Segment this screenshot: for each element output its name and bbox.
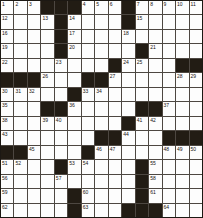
cell-r5c13[interactable]: 28 (176, 73, 188, 86)
cell-r1c8[interactable] (109, 15, 121, 28)
cell-r12c6[interactable] (82, 175, 94, 188)
cell-r1c0[interactable]: 12 (1, 15, 13, 28)
clue-number: 4 (83, 1, 86, 7)
cell-r3c3[interactable] (41, 44, 53, 57)
clue-number: 9 (164, 1, 167, 7)
clue-number: 17 (69, 30, 75, 36)
cell-r0c1[interactable]: 2 (14, 1, 26, 14)
cell-r4c10[interactable]: 25 (136, 59, 148, 72)
cell-r2c8[interactable] (109, 30, 121, 43)
black-cell-r13c5 (68, 189, 80, 202)
cell-r9c11[interactable] (149, 131, 161, 144)
cell-r6c2[interactable]: 32 (28, 88, 40, 101)
black-cell-r2c4 (55, 30, 67, 43)
cell-r10c5[interactable] (68, 146, 80, 159)
cell-r13c9[interactable] (122, 189, 134, 202)
clue-number: 11 (191, 1, 196, 7)
black-cell-r9c7 (95, 131, 107, 144)
cell-r4c11[interactable] (149, 59, 161, 72)
cell-r3c5[interactable]: 20 (68, 44, 80, 57)
cell-r0c14[interactable]: 11 (190, 1, 202, 14)
cell-r13c4[interactable] (55, 189, 67, 202)
cell-r14c13[interactable] (176, 204, 188, 217)
black-cell-r9c14 (190, 131, 202, 144)
cell-r3c9[interactable] (122, 44, 134, 57)
black-cell-r7c3 (41, 102, 53, 115)
cell-r12c4[interactable]: 57 (55, 175, 67, 188)
cell-r3c12[interactable] (163, 44, 175, 57)
cell-r6c6[interactable]: 33 (82, 88, 94, 101)
clue-number: 39 (42, 117, 48, 123)
black-cell-r5c7 (95, 73, 107, 86)
cell-r7c12[interactable]: 37 (163, 102, 175, 115)
cell-r14c3[interactable] (41, 204, 53, 217)
clue-number: 57 (56, 175, 62, 181)
cell-r10c11[interactable] (149, 146, 161, 159)
black-cell-r14c5 (68, 204, 80, 217)
cell-r3c6[interactable] (82, 44, 94, 57)
clue-number: 6 (110, 1, 113, 7)
cell-r8c8[interactable] (109, 117, 121, 130)
black-cell-r5c2 (28, 73, 40, 86)
cell-r11c14[interactable] (190, 160, 202, 173)
cell-r12c8[interactable] (109, 175, 121, 188)
clue-number: 34 (96, 88, 102, 94)
cell-r8c1[interactable] (14, 117, 26, 130)
clue-number: 13 (42, 15, 48, 21)
clue-number: 38 (2, 117, 8, 123)
cell-r10c13[interactable]: 49 (176, 146, 188, 159)
clue-number: 46 (96, 146, 102, 152)
cell-r11c8[interactable] (109, 160, 121, 173)
cell-r14c12[interactable]: 64 (163, 204, 175, 217)
black-cell-r9c8 (109, 131, 121, 144)
cell-r7c1[interactable] (14, 102, 26, 115)
cell-r0c10[interactable]: 7 (136, 1, 148, 14)
cell-r9c0[interactable]: 43 (1, 131, 13, 144)
cell-r6c7[interactable]: 34 (95, 88, 107, 101)
cell-r2c6[interactable] (82, 30, 94, 43)
clue-number: 28 (177, 73, 183, 79)
clue-number: 45 (29, 146, 35, 152)
cell-r10c10[interactable] (136, 146, 148, 159)
cell-r4c9[interactable]: 24 (122, 59, 134, 72)
cell-r9c5[interactable] (68, 131, 80, 144)
cell-r5c14[interactable]: 29 (190, 73, 202, 86)
black-cell-r7c10 (136, 102, 148, 115)
cell-r10c2[interactable]: 45 (28, 146, 40, 159)
cell-r10c8[interactable]: 47 (109, 146, 121, 159)
cell-r14c7[interactable] (95, 204, 107, 217)
cell-r13c6[interactable]: 60 (82, 189, 94, 202)
clue-number: 44 (123, 131, 129, 137)
black-cell-r3c4 (55, 44, 67, 57)
cell-r10c9[interactable] (122, 146, 134, 159)
clue-number: 40 (56, 117, 62, 123)
black-cell-r14c11 (149, 204, 161, 217)
cell-r5c10[interactable] (136, 73, 148, 86)
cell-r11c5[interactable]: 53 (68, 160, 80, 173)
cell-r10c4[interactable] (55, 146, 67, 159)
cell-r0c0[interactable]: 1 (1, 1, 13, 14)
cell-r4c7[interactable] (95, 59, 107, 72)
black-cell-r7c4 (55, 102, 67, 115)
black-cell-r5c6 (82, 73, 94, 86)
cell-r5c5[interactable] (68, 73, 80, 86)
cell-r7c8[interactable] (109, 102, 121, 115)
cell-r3c8[interactable] (109, 44, 121, 57)
clue-number: 48 (164, 146, 170, 152)
clue-number: 63 (83, 204, 89, 210)
cell-r1c10[interactable]: 15 (136, 15, 148, 28)
cell-r14c14[interactable] (190, 204, 202, 217)
cell-r11c1[interactable]: 52 (14, 160, 26, 173)
cell-r13c3[interactable] (41, 189, 53, 202)
cell-r6c9[interactable] (122, 88, 134, 101)
cell-r7c5[interactable]: 36 (68, 102, 80, 115)
cell-r12c14[interactable] (190, 175, 202, 188)
clue-number: 49 (177, 146, 183, 152)
black-cell-r9c12 (163, 131, 175, 144)
cell-r9c4[interactable] (55, 131, 67, 144)
cell-r14c0[interactable]: 62 (1, 204, 13, 217)
clue-number: 42 (150, 117, 156, 123)
cell-r11c7[interactable] (95, 160, 107, 173)
cell-r12c3[interactable] (41, 175, 53, 188)
clue-number: 15 (137, 15, 143, 21)
clue-number: 37 (164, 102, 170, 108)
black-cell-r3c10 (136, 44, 148, 57)
cell-r4c0[interactable]: 22 (1, 59, 13, 72)
clue-number: 2 (15, 1, 18, 7)
clue-number: 27 (110, 73, 116, 79)
clue-number: 30 (2, 88, 8, 94)
cell-r11c6[interactable]: 54 (82, 160, 94, 173)
cell-r7c7[interactable] (95, 102, 107, 115)
cell-r8c7[interactable] (95, 117, 107, 130)
black-cell-r0c3 (41, 1, 53, 14)
clue-number: 36 (69, 102, 75, 108)
clue-number: 41 (137, 117, 143, 123)
clue-number: 29 (191, 73, 197, 79)
cell-r6c14[interactable] (190, 88, 202, 101)
cell-r2c5[interactable]: 17 (68, 30, 80, 43)
black-cell-r14c10 (136, 204, 148, 217)
clue-number: 35 (2, 102, 8, 108)
cell-r2c0[interactable]: 16 (1, 30, 13, 43)
cell-r8c3[interactable]: 39 (41, 117, 53, 130)
cell-r9c3[interactable] (41, 131, 53, 144)
black-cell-r11c4 (55, 160, 67, 173)
cell-r13c2[interactable] (28, 189, 40, 202)
clue-number: 56 (2, 175, 8, 181)
cell-r9c6[interactable] (82, 131, 94, 144)
cell-r11c12[interactable] (163, 160, 175, 173)
cell-r1c14[interactable] (190, 15, 202, 28)
cell-r13c1[interactable] (14, 189, 26, 202)
cell-r1c11[interactable] (149, 15, 161, 28)
cell-r5c9[interactable] (122, 73, 134, 86)
cell-r3c14[interactable] (190, 44, 202, 57)
cell-r8c0[interactable]: 38 (1, 117, 13, 130)
cell-r14c1[interactable] (14, 204, 26, 217)
cell-r9c10[interactable] (136, 131, 148, 144)
cell-r6c1[interactable]: 31 (14, 88, 26, 101)
clue-number: 21 (150, 44, 156, 50)
cell-r2c11[interactable] (149, 30, 161, 43)
clue-number: 8 (150, 1, 153, 7)
clue-number: 32 (29, 88, 35, 94)
cell-r10c14[interactable]: 50 (190, 146, 202, 159)
cell-r4c1[interactable] (14, 59, 26, 72)
cell-r1c6[interactable] (82, 15, 94, 28)
clue-number: 5 (96, 1, 99, 7)
cell-r14c2[interactable] (28, 204, 40, 217)
clue-number: 64 (164, 204, 170, 210)
cell-r8c4[interactable]: 40 (55, 117, 67, 130)
cell-r12c1[interactable] (14, 175, 26, 188)
cell-r1c5[interactable]: 14 (68, 15, 80, 28)
clue-number: 50 (191, 146, 197, 152)
cell-r14c4[interactable] (55, 204, 67, 217)
clue-number: 62 (2, 204, 8, 210)
cell-r0c8[interactable]: 6 (109, 1, 121, 14)
cell-r0c2[interactable]: 3 (28, 1, 40, 14)
black-cell-r11c10 (136, 160, 148, 173)
cell-r8c2[interactable] (28, 117, 40, 130)
clue-number: 31 (15, 88, 21, 94)
cell-r2c9[interactable]: 18 (122, 30, 134, 43)
clue-number: 7 (137, 1, 140, 7)
clue-number: 12 (2, 15, 8, 21)
cell-r14c8[interactable] (109, 204, 121, 217)
cell-r4c6[interactable] (82, 59, 94, 72)
cell-r12c0[interactable]: 56 (1, 175, 13, 188)
cell-r3c0[interactable]: 19 (1, 44, 13, 57)
cell-r4c4[interactable]: 23 (55, 59, 67, 72)
black-cell-r4c8 (109, 59, 121, 72)
cell-r8c13[interactable] (176, 117, 188, 130)
cell-r8c10[interactable]: 41 (136, 117, 148, 130)
cell-r9c9[interactable]: 44 (122, 131, 134, 144)
clue-number: 53 (69, 160, 75, 166)
cell-r1c13[interactable] (176, 15, 188, 28)
cell-r2c14[interactable] (190, 30, 202, 43)
clue-number: 55 (150, 160, 156, 166)
cell-r10c12[interactable]: 48 (163, 146, 175, 159)
black-cell-r9c13 (176, 131, 188, 144)
cell-r8c12[interactable] (163, 117, 175, 130)
clue-number: 54 (83, 160, 89, 166)
clue-number: 19 (2, 44, 8, 50)
cell-r7c0[interactable]: 35 (1, 102, 13, 115)
cell-r13c13[interactable] (176, 189, 188, 202)
black-cell-r4c13 (176, 59, 188, 72)
cell-r2c12[interactable] (163, 30, 175, 43)
cell-r0c7[interactable]: 5 (95, 1, 107, 14)
clue-number: 3 (29, 1, 32, 7)
clue-number: 10 (177, 1, 183, 7)
clue-number: 16 (2, 30, 8, 36)
cell-r0c11[interactable]: 8 (149, 1, 161, 14)
cell-r2c7[interactable] (95, 30, 107, 43)
cell-r13c7[interactable] (95, 189, 107, 202)
clue-number: 52 (15, 160, 21, 166)
clue-number: 23 (56, 59, 62, 65)
cell-r9c2[interactable] (28, 131, 40, 144)
cell-r5c11[interactable] (149, 73, 161, 86)
black-cell-r10c0 (1, 146, 13, 159)
clue-number: 20 (69, 44, 75, 50)
clue-number: 58 (150, 175, 156, 181)
black-cell-r6c5 (68, 88, 80, 101)
black-cell-r0c5 (68, 1, 80, 14)
cell-r6c12[interactable] (163, 88, 175, 101)
black-cell-r10c1 (14, 146, 26, 159)
cell-r6c0[interactable]: 30 (1, 88, 13, 101)
cell-r2c2[interactable] (28, 30, 40, 43)
cell-r11c0[interactable]: 51 (1, 160, 13, 173)
cell-r1c2[interactable] (28, 15, 40, 28)
black-cell-r0c4 (55, 1, 67, 14)
cell-r12c11[interactable]: 58 (149, 175, 161, 188)
cell-r8c14[interactable] (190, 117, 202, 130)
black-cell-r10c6 (82, 146, 94, 159)
cell-r5c8[interactable]: 27 (109, 73, 121, 86)
clue-number: 43 (2, 131, 8, 137)
cell-r0c6[interactable]: 4 (82, 1, 94, 14)
black-cell-r1c4 (55, 15, 67, 28)
cell-r1c7[interactable] (95, 15, 107, 28)
cell-r3c11[interactable]: 21 (149, 44, 161, 57)
cell-r5c4[interactable] (55, 73, 67, 86)
cell-r10c3[interactable] (41, 146, 53, 159)
black-cell-r12c10 (136, 175, 148, 188)
cell-r8c6[interactable] (82, 117, 94, 130)
cell-r10c7[interactable]: 46 (95, 146, 107, 159)
cell-r11c9[interactable] (122, 160, 134, 173)
cell-r11c13[interactable] (176, 160, 188, 173)
clue-number: 18 (123, 30, 129, 36)
clue-number: 26 (42, 73, 48, 79)
cell-r11c11[interactable]: 55 (149, 160, 161, 173)
cell-r12c13[interactable] (176, 175, 188, 188)
cell-r6c13[interactable] (176, 88, 188, 101)
black-cell-r8c9 (122, 117, 134, 130)
cell-r7c2[interactable] (28, 102, 40, 115)
cell-r14c6[interactable]: 63 (82, 204, 94, 217)
cell-r2c10[interactable] (136, 30, 148, 43)
cell-r7c9[interactable] (122, 102, 134, 115)
clue-number: 47 (110, 146, 116, 152)
cell-r1c1[interactable] (14, 15, 26, 28)
cell-r2c13[interactable] (176, 30, 188, 43)
cell-r3c2[interactable] (28, 44, 40, 57)
cell-r5c12[interactable] (163, 73, 175, 86)
cell-r4c12[interactable] (163, 59, 175, 72)
crossword-grid: 1234567891011121314151617181920212223242… (0, 0, 203, 218)
cell-r13c11[interactable]: 61 (149, 189, 161, 202)
cell-r5c3[interactable]: 26 (41, 73, 53, 86)
clue-number: 33 (83, 88, 89, 94)
cell-r6c10[interactable] (136, 88, 148, 101)
black-cell-r4c14 (190, 59, 202, 72)
black-cell-r1c9 (122, 15, 134, 28)
cell-r1c3[interactable]: 13 (41, 15, 53, 28)
cell-r12c2[interactable] (28, 175, 40, 188)
clue-number: 59 (2, 189, 8, 195)
cell-r13c8[interactable] (109, 189, 121, 202)
cell-r12c9[interactable] (122, 175, 134, 188)
black-cell-r14c9 (122, 204, 134, 217)
cell-r2c1[interactable] (14, 30, 26, 43)
cell-r0c12[interactable]: 9 (163, 1, 175, 14)
cell-r13c0[interactable]: 59 (1, 189, 13, 202)
cell-r11c3[interactable] (41, 160, 53, 173)
cell-r12c5[interactable] (68, 175, 80, 188)
cell-r12c7[interactable] (95, 175, 107, 188)
cell-r6c4[interactable] (55, 88, 67, 101)
cell-r9c1[interactable] (14, 131, 26, 144)
cell-r13c14[interactable] (190, 189, 202, 202)
cell-r11c2[interactable] (28, 160, 40, 173)
cell-r3c1[interactable] (14, 44, 26, 57)
cell-r4c5[interactable] (68, 59, 80, 72)
black-cell-r5c1 (14, 73, 26, 86)
cell-r4c3[interactable] (41, 59, 53, 72)
clue-number: 22 (2, 59, 8, 65)
clue-number: 61 (150, 189, 156, 195)
clue-number: 25 (137, 59, 143, 65)
black-cell-r13c10 (136, 189, 148, 202)
black-cell-r0c9 (122, 1, 134, 14)
cell-r3c7[interactable] (95, 44, 107, 57)
clue-number: 1 (2, 1, 5, 7)
clue-number: 60 (83, 189, 89, 195)
cell-r12c12[interactable] (163, 175, 175, 188)
cell-r13c12[interactable] (163, 189, 175, 202)
cell-r6c8[interactable] (109, 88, 121, 101)
black-cell-r7c11 (149, 102, 161, 115)
cell-r8c5[interactable] (68, 117, 80, 130)
cell-r4c2[interactable] (28, 59, 40, 72)
cell-r6c3[interactable] (41, 88, 53, 101)
cell-r7c14[interactable] (190, 102, 202, 115)
cell-r3c13[interactable] (176, 44, 188, 57)
cell-r7c6[interactable] (82, 102, 94, 115)
clue-number: 24 (123, 59, 129, 65)
cell-r6c11[interactable] (149, 88, 161, 101)
cell-r1c12[interactable] (163, 15, 175, 28)
cell-r8c11[interactable]: 42 (149, 117, 161, 130)
black-cell-r5c0 (1, 73, 13, 86)
cell-r2c3[interactable] (41, 30, 53, 43)
clue-number: 14 (69, 15, 75, 21)
cell-r0c13[interactable]: 10 (176, 1, 188, 14)
cell-r7c13[interactable] (176, 102, 188, 115)
clue-number: 51 (2, 160, 8, 166)
